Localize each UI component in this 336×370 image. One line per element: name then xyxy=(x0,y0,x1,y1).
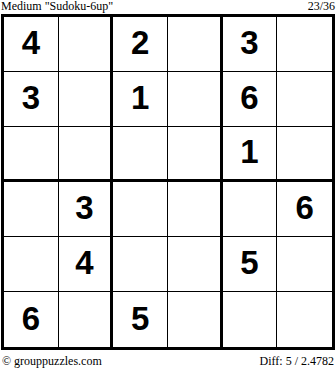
cell-r4c2[interactable]: 3 xyxy=(59,182,114,237)
cell-r5c2[interactable]: 4 xyxy=(59,237,114,292)
cell-r5c4[interactable] xyxy=(168,237,223,292)
given-digit: 5 xyxy=(131,302,149,338)
given-digit: 1 xyxy=(131,81,149,117)
cell-r4c1[interactable] xyxy=(4,182,59,237)
puzzle-progress: 23/36 xyxy=(308,0,335,13)
given-digit: 6 xyxy=(295,191,313,227)
cell-r2c3[interactable]: 1 xyxy=(113,72,168,127)
given-digit: 2 xyxy=(131,26,149,62)
footer: © grouppuzzles.com Diff: 5 / 2.4782 xyxy=(0,350,336,370)
cell-r3c1[interactable] xyxy=(4,127,59,182)
cell-r6c3[interactable]: 5 xyxy=(113,292,168,347)
cell-r1c4[interactable] xyxy=(168,17,223,72)
given-digit: 6 xyxy=(22,302,40,338)
given-digit: 5 xyxy=(240,246,258,282)
cell-r6c1[interactable]: 6 xyxy=(4,292,59,347)
cell-r1c6[interactable] xyxy=(277,17,332,72)
cell-r3c2[interactable] xyxy=(59,127,114,182)
cell-r4c6[interactable]: 6 xyxy=(277,182,332,237)
cell-r2c4[interactable] xyxy=(168,72,223,127)
cell-r4c3[interactable] xyxy=(113,182,168,237)
cell-r1c3[interactable]: 2 xyxy=(113,17,168,72)
cell-r6c5[interactable] xyxy=(223,292,278,347)
cell-r1c2[interactable] xyxy=(59,17,114,72)
copyright-text: © grouppuzzles.com xyxy=(2,354,102,368)
cell-r4c5[interactable] xyxy=(223,182,278,237)
cell-r2c6[interactable] xyxy=(277,72,332,127)
cell-r3c6[interactable] xyxy=(277,127,332,182)
cell-r1c1[interactable]: 4 xyxy=(4,17,59,72)
given-digit: 4 xyxy=(22,26,40,62)
cell-r6c4[interactable] xyxy=(168,292,223,347)
given-digit: 4 xyxy=(75,246,93,282)
cell-r2c5[interactable]: 6 xyxy=(223,72,278,127)
cell-r6c6[interactable] xyxy=(277,292,332,347)
cell-r2c1[interactable]: 3 xyxy=(4,72,59,127)
difficulty-rating: Diff: 5 / 2.4782 xyxy=(260,354,334,368)
given-digit: 6 xyxy=(240,81,258,117)
header: Medium "Sudoku-6up" 23/36 xyxy=(0,0,336,14)
cell-r4c4[interactable] xyxy=(168,182,223,237)
cell-r5c1[interactable] xyxy=(4,237,59,292)
given-digit: 3 xyxy=(22,81,40,117)
given-digit: 3 xyxy=(75,191,93,227)
cell-r5c3[interactable] xyxy=(113,237,168,292)
cell-r5c6[interactable] xyxy=(277,237,332,292)
cell-r5c5[interactable]: 5 xyxy=(223,237,278,292)
cell-r2c2[interactable] xyxy=(59,72,114,127)
cell-r3c3[interactable] xyxy=(113,127,168,182)
cell-r3c5[interactable]: 1 xyxy=(223,127,278,182)
puzzle-page: Medium "Sudoku-6up" 23/36 4233161364565 … xyxy=(0,0,336,370)
cell-r6c2[interactable] xyxy=(59,292,114,347)
cell-r3c4[interactable] xyxy=(168,127,223,182)
puzzle-title: Medium "Sudoku-6up" xyxy=(1,0,113,13)
given-digit: 1 xyxy=(240,135,258,171)
cell-r1c5[interactable]: 3 xyxy=(223,17,278,72)
given-digit: 3 xyxy=(240,26,258,62)
sudoku-board: 4233161364565 xyxy=(1,14,335,350)
